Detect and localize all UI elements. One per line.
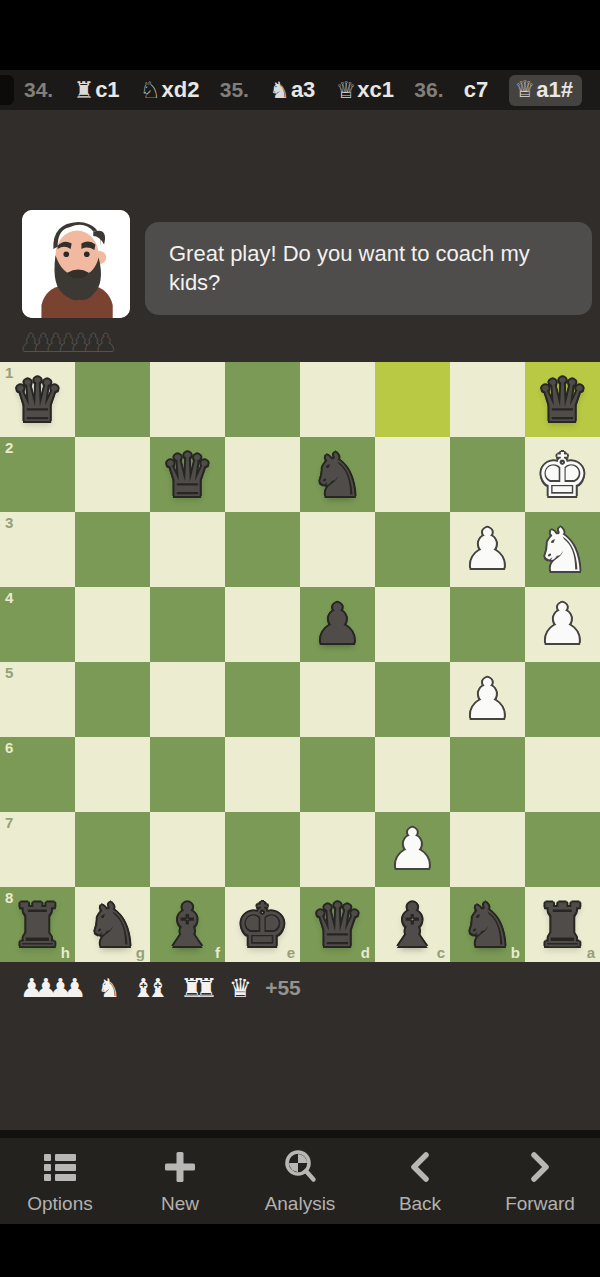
status-bar-area xyxy=(0,0,600,70)
nav-back-button[interactable]: Back xyxy=(361,1150,479,1215)
white-piece-icon: ♞ xyxy=(269,79,290,102)
square-g5[interactable] xyxy=(75,662,150,737)
square-f6[interactable] xyxy=(150,737,225,812)
square-c7[interactable]: ♟ xyxy=(375,812,450,887)
square-h3[interactable]: 3 xyxy=(0,512,75,587)
square-e2[interactable] xyxy=(225,437,300,512)
square-g8[interactable]: g♞ xyxy=(75,887,150,962)
analysis-magnifier-icon xyxy=(282,1150,318,1184)
move-c7[interactable]: c7 xyxy=(464,77,488,103)
file-label-b: b xyxy=(511,945,520,960)
square-b4[interactable] xyxy=(450,587,525,662)
captured-black-pawn: ♟ xyxy=(95,331,117,355)
square-f7[interactable] xyxy=(150,812,225,887)
captured-white-pawn: ♟ xyxy=(63,975,86,1001)
square-b1[interactable] xyxy=(450,362,525,437)
square-g4[interactable] xyxy=(75,587,150,662)
rank-label-1: 1 xyxy=(5,365,13,380)
square-g1[interactable] xyxy=(75,362,150,437)
file-label-g: g xyxy=(136,945,145,960)
nav-back-label: Back xyxy=(399,1193,441,1215)
rank-label-8: 8 xyxy=(5,890,13,905)
nav-forward-label: Forward xyxy=(505,1193,575,1215)
square-c4[interactable] xyxy=(375,587,450,662)
square-d2[interactable]: ♞ xyxy=(300,437,375,512)
square-b2[interactable] xyxy=(450,437,525,512)
square-f8[interactable]: f♝ xyxy=(150,887,225,962)
square-e3[interactable] xyxy=(225,512,300,587)
square-c3[interactable] xyxy=(375,512,450,587)
square-f4[interactable] xyxy=(150,587,225,662)
chess-board: 1♛♛2♛♞♚3♟♞4♟♟5♟67♟8h♜g♞f♝e♚d♛c♝b♞a♜ xyxy=(0,362,600,962)
move-number: 35. xyxy=(220,78,249,102)
nav-options-button[interactable]: Options xyxy=(1,1150,119,1215)
captured-white-bishop: ♝ xyxy=(146,975,169,1001)
file-label-f: f xyxy=(215,945,220,960)
square-d3[interactable] xyxy=(300,512,375,587)
square-b7[interactable] xyxy=(450,812,525,887)
file-label-a: a xyxy=(587,945,595,960)
options-list-icon xyxy=(42,1150,78,1184)
bearded-man-avatar xyxy=(22,210,130,318)
chat-bubble: Great play! Do you want to coach my kids… xyxy=(145,222,592,315)
square-g7[interactable] xyxy=(75,812,150,887)
square-h1[interactable]: 1♛ xyxy=(0,362,75,437)
captured-white-rook-group: ♜♜ xyxy=(180,975,218,1001)
black-pawn: ♟ xyxy=(300,587,375,662)
square-g6[interactable] xyxy=(75,737,150,812)
move-a3[interactable]: ♞a3 xyxy=(269,77,315,103)
white-pawn: ♟ xyxy=(450,662,525,737)
white-king: ♚ xyxy=(525,437,600,512)
square-c2[interactable] xyxy=(375,437,450,512)
player-avatar[interactable] xyxy=(22,210,130,318)
square-e6[interactable] xyxy=(225,737,300,812)
move-san: xd2 xyxy=(162,77,200,103)
square-g3[interactable] xyxy=(75,512,150,587)
file-label-c: c xyxy=(437,945,445,960)
square-d1[interactable] xyxy=(300,362,375,437)
white-piece-icon: ♜ xyxy=(74,79,95,102)
square-b5[interactable]: ♟ xyxy=(450,662,525,737)
square-h6[interactable]: 6 xyxy=(0,737,75,812)
square-c1[interactable] xyxy=(375,362,450,437)
square-a2[interactable]: ♚ xyxy=(525,437,600,512)
white-pawn: ♟ xyxy=(450,512,525,587)
square-a7[interactable] xyxy=(525,812,600,887)
black-queen: ♛ xyxy=(150,437,225,512)
move-list: 34.♜c1♘xd235.♞a3♕xc136.c7♕a1# xyxy=(0,70,600,110)
square-e1[interactable] xyxy=(225,362,300,437)
square-a4[interactable]: ♟ xyxy=(525,587,600,662)
square-d6[interactable] xyxy=(300,737,375,812)
nav-analysis-label: Analysis xyxy=(265,1193,336,1215)
square-a3[interactable]: ♞ xyxy=(525,512,600,587)
chat-row: Great play! Do you want to coach my kids… xyxy=(0,110,600,318)
scrolled-move-pill-fragment xyxy=(0,75,14,105)
square-a1[interactable]: ♛ xyxy=(525,362,600,437)
nav-analysis-button[interactable]: Analysis xyxy=(241,1150,359,1215)
black-piece-icon: ♘ xyxy=(140,79,161,102)
square-d4[interactable]: ♟ xyxy=(300,587,375,662)
move-xc1[interactable]: ♕xc1 xyxy=(336,77,394,103)
move-san: xc1 xyxy=(357,77,394,103)
captured-white-knight: ♞ xyxy=(97,975,120,1001)
square-e5[interactable] xyxy=(225,662,300,737)
bottom-black-strip xyxy=(0,1224,600,1277)
square-e8[interactable]: e♚ xyxy=(225,887,300,962)
rank-label-3: 3 xyxy=(5,515,13,530)
move-number: 34. xyxy=(24,78,53,102)
move-xd2[interactable]: ♘xd2 xyxy=(140,77,200,103)
square-g2[interactable] xyxy=(75,437,150,512)
move-san: a3 xyxy=(291,77,315,103)
square-b6[interactable] xyxy=(450,737,525,812)
black-bishop: ♝ xyxy=(150,887,225,962)
captured-white-queen: ♛ xyxy=(229,975,252,1001)
material-score: +55 xyxy=(265,976,301,1000)
white-pawn: ♟ xyxy=(525,587,600,662)
square-a6[interactable] xyxy=(525,737,600,812)
square-e7[interactable] xyxy=(225,812,300,887)
captured-white-rook: ♜ xyxy=(195,975,218,1001)
square-c6[interactable] xyxy=(375,737,450,812)
black-piece-icon: ♕ xyxy=(515,78,536,101)
square-f2[interactable]: ♛ xyxy=(150,437,225,512)
bottom-nav: Options New Analysis xyxy=(0,1138,600,1224)
black-queen: ♛ xyxy=(525,362,600,437)
square-d7[interactable] xyxy=(300,812,375,887)
captured-white-knight-group: ♞ xyxy=(97,975,120,1001)
black-knight: ♞ xyxy=(300,437,375,512)
nav-divider xyxy=(0,1130,600,1138)
chat-section: Great play! Do you want to coach my kids… xyxy=(0,110,600,362)
file-label-h: h xyxy=(61,945,70,960)
square-f3[interactable] xyxy=(150,512,225,587)
move-number: 36. xyxy=(414,78,443,102)
move-san: c1 xyxy=(95,77,119,103)
nav-options-label: Options xyxy=(27,1193,92,1215)
nav-new-button[interactable]: New xyxy=(121,1150,239,1215)
move-a1#[interactable]: ♕a1# xyxy=(509,75,582,106)
plus-icon xyxy=(163,1150,197,1184)
captured-white-bishop-group: ♝♝ xyxy=(132,975,170,1001)
square-h7[interactable]: 7 xyxy=(0,812,75,887)
square-c5[interactable] xyxy=(375,662,450,737)
square-e4[interactable] xyxy=(225,587,300,662)
square-d5[interactable] xyxy=(300,662,375,737)
square-h2[interactable]: 2 xyxy=(0,437,75,512)
square-f5[interactable] xyxy=(150,662,225,737)
nav-forward-button[interactable]: Forward xyxy=(481,1150,599,1215)
rank-label-4: 4 xyxy=(5,590,13,605)
captured-by-white-tray: ♟♟♟♟♟♟♟ xyxy=(20,330,600,356)
square-h5[interactable]: 5 xyxy=(0,662,75,737)
move-san: c7 xyxy=(464,77,488,103)
chess-app-screen: 34.♜c1♘xd235.♞a3♕xc136.c7♕a1# xyxy=(0,0,600,1277)
square-h4[interactable]: 4 xyxy=(0,587,75,662)
square-c8[interactable]: c♝ xyxy=(375,887,450,962)
captured-by-black-tray: ♟♟♟♟♞♝♝♜♜♛+55 xyxy=(20,975,600,1001)
file-label-d: d xyxy=(361,945,370,960)
black-piece-icon: ♕ xyxy=(336,79,357,102)
nav-new-label: New xyxy=(161,1193,199,1215)
chevron-right-icon xyxy=(525,1150,555,1184)
rank-label-6: 6 xyxy=(5,740,13,755)
square-f1[interactable] xyxy=(150,362,225,437)
square-a8[interactable]: a♜ xyxy=(525,887,600,962)
rank-label-7: 7 xyxy=(5,815,13,830)
white-knight: ♞ xyxy=(525,512,600,587)
move-c1[interactable]: ♜c1 xyxy=(74,77,120,103)
square-b8[interactable]: b♞ xyxy=(450,887,525,962)
file-label-e: e xyxy=(287,945,295,960)
square-b3[interactable]: ♟ xyxy=(450,512,525,587)
square-a5[interactable] xyxy=(525,662,600,737)
rank-label-5: 5 xyxy=(5,665,13,680)
square-d8[interactable]: d♛ xyxy=(300,887,375,962)
white-pawn: ♟ xyxy=(375,812,450,887)
rank-label-2: 2 xyxy=(5,440,13,455)
move-san: a1# xyxy=(536,77,573,103)
square-h8[interactable]: 8h♜ xyxy=(0,887,75,962)
below-board-section: ♟♟♟♟♞♝♝♜♜♛+55 xyxy=(0,962,600,1130)
chat-message: Great play! Do you want to coach my kids… xyxy=(169,241,530,295)
captured-white-pawn-group: ♟♟♟♟ xyxy=(20,975,86,1001)
chevron-left-icon xyxy=(405,1150,435,1184)
captured-white-queen-group: ♛ xyxy=(229,975,252,1001)
